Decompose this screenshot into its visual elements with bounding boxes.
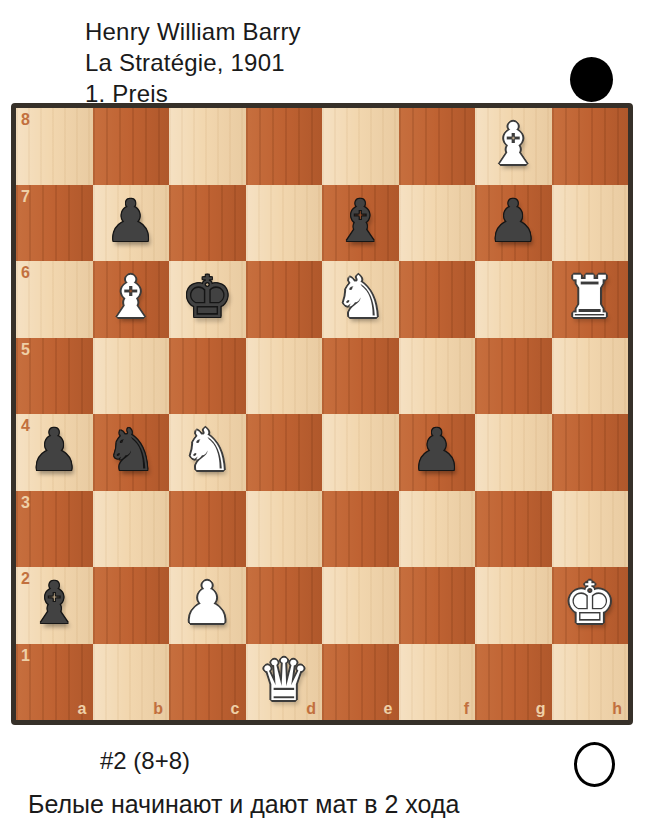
square-c8[interactable] — [169, 108, 246, 185]
square-f7[interactable] — [399, 185, 476, 262]
square-c2[interactable]: ♟ — [169, 567, 246, 644]
square-a5[interactable]: 5 — [16, 338, 93, 415]
piece-white-king: ♚ — [564, 565, 616, 641]
piece-black-knight: ♞ — [105, 412, 157, 488]
piece-black-bishop: ♝ — [28, 565, 80, 641]
square-b2[interactable] — [93, 567, 170, 644]
rank-label-8: 8 — [21, 112, 30, 128]
square-a1[interactable]: 1a — [16, 644, 93, 721]
square-g8[interactable]: ♝ — [475, 108, 552, 185]
square-h5[interactable] — [552, 338, 629, 415]
stipulation-text: #2 (8+8) — [100, 747, 190, 775]
square-h7[interactable] — [552, 185, 629, 262]
square-b1[interactable]: b — [93, 644, 170, 721]
square-e8[interactable] — [322, 108, 399, 185]
square-c3[interactable] — [169, 491, 246, 568]
square-c7[interactable] — [169, 185, 246, 262]
square-g7[interactable]: ♟ — [475, 185, 552, 262]
square-g5[interactable] — [475, 338, 552, 415]
file-label-b: b — [153, 701, 163, 717]
square-c4[interactable]: ♞ — [169, 414, 246, 491]
square-e6[interactable]: ♞ — [322, 261, 399, 338]
square-d3[interactable] — [246, 491, 323, 568]
rank-label-3: 3 — [21, 495, 30, 511]
square-g3[interactable] — [475, 491, 552, 568]
square-h2[interactable]: ♚ — [552, 567, 629, 644]
piece-black-king: ♚ — [181, 259, 233, 335]
file-label-h: h — [612, 701, 622, 717]
square-b5[interactable] — [93, 338, 170, 415]
piece-black-pawn: ♟ — [487, 183, 539, 259]
square-g4[interactable] — [475, 414, 552, 491]
square-h8[interactable] — [552, 108, 629, 185]
square-c1[interactable]: c — [169, 644, 246, 721]
square-h3[interactable] — [552, 491, 629, 568]
piece-black-pawn: ♟ — [105, 183, 157, 259]
square-b4[interactable]: ♞ — [93, 414, 170, 491]
piece-black-pawn: ♟ — [411, 412, 463, 488]
square-a4[interactable]: 4♟ — [16, 414, 93, 491]
square-g1[interactable]: g — [475, 644, 552, 721]
square-d8[interactable] — [246, 108, 323, 185]
square-b6[interactable]: ♝ — [93, 261, 170, 338]
problem-header: Henry William Barry La Stratégie, 1901 1… — [85, 16, 301, 109]
piece-white-knight: ♞ — [181, 412, 233, 488]
piece-white-queen: ♛ — [258, 642, 310, 718]
piece-white-knight: ♞ — [334, 259, 386, 335]
square-f8[interactable] — [399, 108, 476, 185]
square-e3[interactable] — [322, 491, 399, 568]
rank-label-6: 6 — [21, 265, 30, 281]
square-b3[interactable] — [93, 491, 170, 568]
source-line: La Stratégie, 1901 — [85, 47, 301, 78]
square-a2[interactable]: 2♝ — [16, 567, 93, 644]
piece-white-rook: ♜ — [564, 259, 616, 335]
square-g6[interactable] — [475, 261, 552, 338]
rank-label-5: 5 — [21, 342, 30, 358]
square-d2[interactable] — [246, 567, 323, 644]
square-f1[interactable]: f — [399, 644, 476, 721]
chessboard-frame: 8♝7♟♝♟6♝♚♞♜54♟♞♞♟32♝♟♚1abcd♛efgh — [11, 103, 633, 725]
file-label-c: c — [231, 701, 240, 717]
rank-label-7: 7 — [21, 189, 30, 205]
file-label-g: g — [536, 701, 546, 717]
square-d7[interactable] — [246, 185, 323, 262]
square-f4[interactable]: ♟ — [399, 414, 476, 491]
square-g2[interactable] — [475, 567, 552, 644]
piece-white-bishop: ♝ — [105, 259, 157, 335]
file-label-a: a — [78, 701, 87, 717]
caption-text: Белые начинают и дают мат в 2 хода — [28, 790, 459, 819]
white-side-indicator-circle — [574, 742, 615, 787]
square-f2[interactable] — [399, 567, 476, 644]
rank-label-1: 1 — [21, 648, 30, 664]
square-a8[interactable]: 8 — [16, 108, 93, 185]
piece-white-pawn: ♟ — [181, 565, 233, 641]
file-label-e: e — [384, 701, 393, 717]
square-e7[interactable]: ♝ — [322, 185, 399, 262]
square-e5[interactable] — [322, 338, 399, 415]
piece-black-pawn: ♟ — [28, 412, 80, 488]
square-d4[interactable] — [246, 414, 323, 491]
square-a3[interactable]: 3 — [16, 491, 93, 568]
file-label-f: f — [464, 701, 469, 717]
square-d6[interactable] — [246, 261, 323, 338]
piece-black-bishop: ♝ — [334, 183, 386, 259]
square-a7[interactable]: 7 — [16, 185, 93, 262]
composer-name: Henry William Barry — [85, 16, 301, 47]
square-c6[interactable]: ♚ — [169, 261, 246, 338]
square-f3[interactable] — [399, 491, 476, 568]
square-h6[interactable]: ♜ — [552, 261, 629, 338]
square-c5[interactable] — [169, 338, 246, 415]
square-b7[interactable]: ♟ — [93, 185, 170, 262]
square-d5[interactable] — [246, 338, 323, 415]
square-e4[interactable] — [322, 414, 399, 491]
black-side-indicator-circle — [570, 57, 613, 102]
square-d1[interactable]: d♛ — [246, 644, 323, 721]
square-h4[interactable] — [552, 414, 629, 491]
square-e1[interactable]: e — [322, 644, 399, 721]
square-h1[interactable]: h — [552, 644, 629, 721]
piece-white-bishop: ♝ — [487, 106, 539, 182]
square-f5[interactable] — [399, 338, 476, 415]
square-b8[interactable] — [93, 108, 170, 185]
square-f6[interactable] — [399, 261, 476, 338]
chessboard: 8♝7♟♝♟6♝♚♞♜54♟♞♞♟32♝♟♚1abcd♛efgh — [16, 108, 628, 720]
square-e2[interactable] — [322, 567, 399, 644]
square-a6[interactable]: 6 — [16, 261, 93, 338]
chess-problem-page: Henry William Barry La Stratégie, 1901 1… — [0, 0, 650, 826]
